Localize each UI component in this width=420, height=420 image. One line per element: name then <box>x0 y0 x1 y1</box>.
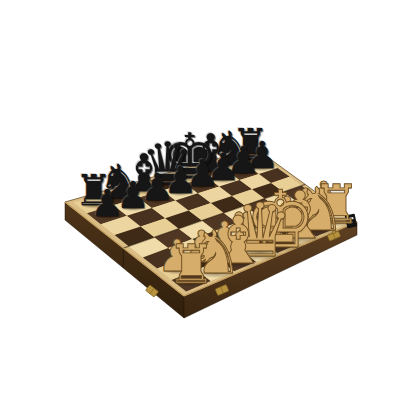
brass-latch-knob <box>332 230 335 233</box>
chess-set-photo: ♜♞♝♛♚♝♞♜♟♟♟♟♟♟♟♟♟♟♟♟♟♟♟♟♜♞♝♛♚♝♞♜ <box>0 0 420 420</box>
chess-board <box>0 0 420 420</box>
